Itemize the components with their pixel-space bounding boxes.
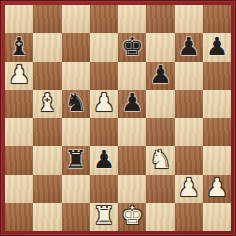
square-f7[interactable] — [146, 33, 174, 61]
square-d8[interactable] — [90, 5, 118, 33]
square-c7[interactable] — [62, 33, 90, 61]
square-g8[interactable] — [175, 5, 203, 33]
square-a4[interactable] — [5, 118, 33, 146]
piece-white-king[interactable]: ♚ — [121, 203, 143, 228]
square-f3[interactable]: ♞ — [146, 146, 174, 174]
square-h2[interactable]: ♟ — [203, 175, 231, 203]
square-a8[interactable] — [5, 5, 33, 33]
square-b2[interactable] — [33, 175, 61, 203]
square-g7[interactable]: ♟ — [175, 33, 203, 61]
square-c1[interactable] — [62, 203, 90, 231]
square-h1[interactable] — [203, 203, 231, 231]
piece-black-pawn[interactable]: ♟ — [177, 34, 199, 59]
square-c3[interactable]: ♜ — [62, 146, 90, 174]
piece-black-rook[interactable]: ♜ — [64, 147, 86, 172]
square-d3[interactable]: ♟ — [90, 146, 118, 174]
square-c4[interactable] — [62, 118, 90, 146]
square-g3[interactable] — [175, 146, 203, 174]
square-h4[interactable] — [203, 118, 231, 146]
square-e5[interactable]: ♟ — [118, 90, 146, 118]
piece-black-bishop[interactable]: ♝ — [8, 34, 30, 59]
square-c6[interactable] — [62, 62, 90, 90]
piece-white-pawn[interactable]: ♟ — [8, 62, 30, 87]
square-e1[interactable]: ♚ — [118, 203, 146, 231]
square-g5[interactable] — [175, 90, 203, 118]
chess-board: ♝♚♟♟♟♟♝♞♟♟♜♟♞♟♟♜♚ — [5, 5, 231, 231]
piece-white-bishop[interactable]: ♝ — [36, 90, 58, 115]
square-a5[interactable] — [5, 90, 33, 118]
piece-black-pawn[interactable]: ♟ — [121, 90, 143, 115]
square-b6[interactable] — [33, 62, 61, 90]
square-c2[interactable] — [62, 175, 90, 203]
piece-white-rook[interactable]: ♜ — [93, 203, 115, 228]
square-h7[interactable]: ♟ — [203, 33, 231, 61]
square-h8[interactable] — [203, 5, 231, 33]
square-b3[interactable] — [33, 146, 61, 174]
piece-white-knight[interactable]: ♞ — [149, 147, 171, 172]
square-h3[interactable] — [203, 146, 231, 174]
piece-black-pawn[interactable]: ♟ — [206, 34, 228, 59]
piece-white-pawn[interactable]: ♟ — [93, 90, 115, 115]
piece-white-pawn[interactable]: ♟ — [177, 175, 199, 200]
square-e3[interactable] — [118, 146, 146, 174]
piece-black-king[interactable]: ♚ — [121, 34, 143, 59]
square-a3[interactable] — [5, 146, 33, 174]
square-e7[interactable]: ♚ — [118, 33, 146, 61]
square-b1[interactable] — [33, 203, 61, 231]
square-b5[interactable]: ♝ — [33, 90, 61, 118]
square-f6[interactable]: ♟ — [146, 62, 174, 90]
square-d5[interactable]: ♟ — [90, 90, 118, 118]
square-g6[interactable] — [175, 62, 203, 90]
piece-black-knight[interactable]: ♞ — [64, 90, 86, 115]
square-f4[interactable] — [146, 118, 174, 146]
square-c8[interactable] — [62, 5, 90, 33]
square-b4[interactable] — [33, 118, 61, 146]
square-g1[interactable] — [175, 203, 203, 231]
square-d4[interactable] — [90, 118, 118, 146]
square-e6[interactable] — [118, 62, 146, 90]
board-frame: ♝♚♟♟♟♟♝♞♟♟♜♟♞♟♟♜♚ — [0, 0, 236, 236]
square-a6[interactable]: ♟ — [5, 62, 33, 90]
square-h5[interactable] — [203, 90, 231, 118]
square-d2[interactable] — [90, 175, 118, 203]
square-c5[interactable]: ♞ — [62, 90, 90, 118]
square-b8[interactable] — [33, 5, 61, 33]
square-d6[interactable] — [90, 62, 118, 90]
square-d7[interactable] — [90, 33, 118, 61]
square-e2[interactable] — [118, 175, 146, 203]
square-f5[interactable] — [146, 90, 174, 118]
square-a7[interactable]: ♝ — [5, 33, 33, 61]
piece-black-pawn[interactable]: ♟ — [149, 62, 171, 87]
square-g2[interactable]: ♟ — [175, 175, 203, 203]
piece-white-pawn[interactable]: ♟ — [206, 175, 228, 200]
square-h6[interactable] — [203, 62, 231, 90]
square-a1[interactable] — [5, 203, 33, 231]
piece-black-pawn[interactable]: ♟ — [93, 147, 115, 172]
square-a2[interactable] — [5, 175, 33, 203]
square-f2[interactable] — [146, 175, 174, 203]
square-e8[interactable] — [118, 5, 146, 33]
square-b7[interactable] — [33, 33, 61, 61]
square-f8[interactable] — [146, 5, 174, 33]
square-d1[interactable]: ♜ — [90, 203, 118, 231]
square-f1[interactable] — [146, 203, 174, 231]
square-g4[interactable] — [175, 118, 203, 146]
square-e4[interactable] — [118, 118, 146, 146]
